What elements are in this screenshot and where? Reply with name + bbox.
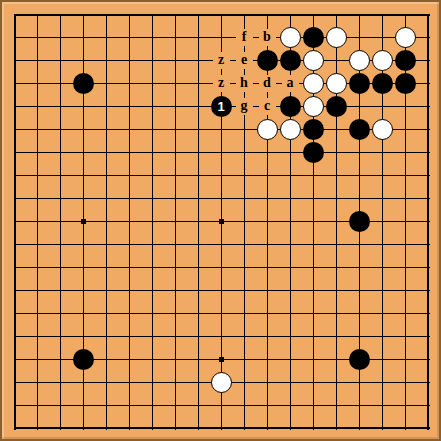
white-stone bbox=[211, 372, 232, 393]
grid-line bbox=[129, 14, 130, 430]
black-stone bbox=[395, 73, 416, 94]
grid-line bbox=[14, 405, 430, 406]
black-stone bbox=[303, 119, 324, 140]
black-stone bbox=[349, 119, 370, 140]
go-board: fbzezhdagc1 bbox=[0, 0, 441, 441]
point-label-d: d bbox=[259, 75, 276, 92]
grid-line bbox=[152, 14, 153, 430]
black-stone bbox=[303, 27, 324, 48]
white-stone bbox=[395, 27, 416, 48]
grid-line bbox=[175, 14, 176, 430]
black-stone bbox=[257, 50, 278, 71]
black-stone bbox=[349, 73, 370, 94]
white-stone bbox=[326, 27, 347, 48]
grid-line bbox=[14, 313, 430, 314]
grid-line bbox=[60, 14, 61, 430]
black-stone bbox=[349, 211, 370, 232]
white-stone bbox=[257, 119, 278, 140]
point-label-a: a bbox=[282, 75, 299, 92]
star-point bbox=[81, 219, 86, 224]
white-stone bbox=[280, 27, 301, 48]
star-point bbox=[219, 357, 224, 362]
white-stone bbox=[303, 73, 324, 94]
black-stone bbox=[303, 142, 324, 163]
point-label-e: e bbox=[236, 52, 253, 69]
white-stone bbox=[303, 96, 324, 117]
white-stone bbox=[326, 73, 347, 94]
move-1-stone: 1 bbox=[211, 96, 232, 117]
grid-line bbox=[14, 290, 430, 291]
white-stone bbox=[372, 119, 393, 140]
grid-line bbox=[106, 14, 107, 430]
grid-line bbox=[14, 244, 430, 245]
white-stone bbox=[280, 119, 301, 140]
black-stone bbox=[349, 349, 370, 370]
move-number: 1 bbox=[217, 100, 224, 113]
grid-line bbox=[14, 14, 16, 430]
grid-line bbox=[14, 14, 430, 16]
grid-line bbox=[14, 37, 430, 38]
point-label-f: f bbox=[236, 29, 253, 46]
grid-line bbox=[14, 175, 430, 176]
black-stone bbox=[372, 73, 393, 94]
point-label-h: h bbox=[236, 75, 253, 92]
black-stone bbox=[395, 50, 416, 71]
black-stone bbox=[280, 96, 301, 117]
point-label-c: c bbox=[259, 98, 276, 115]
grid-line bbox=[198, 14, 199, 430]
black-stone bbox=[280, 50, 301, 71]
black-stone bbox=[73, 73, 94, 94]
point-label-z: z bbox=[213, 52, 230, 69]
grid-line bbox=[14, 152, 430, 153]
white-stone bbox=[349, 50, 370, 71]
point-label-b: b bbox=[259, 29, 276, 46]
grid-line bbox=[14, 198, 430, 199]
point-label-z: z bbox=[213, 75, 230, 92]
grid-line bbox=[427, 14, 429, 430]
grid-line bbox=[14, 336, 430, 337]
black-stone bbox=[73, 349, 94, 370]
white-stone bbox=[372, 50, 393, 71]
star-point bbox=[219, 219, 224, 224]
black-stone bbox=[326, 96, 347, 117]
white-stone bbox=[303, 50, 324, 71]
point-label-g: g bbox=[236, 98, 253, 115]
grid-line bbox=[37, 14, 38, 430]
grid-line bbox=[14, 427, 430, 429]
grid-line bbox=[14, 267, 430, 268]
